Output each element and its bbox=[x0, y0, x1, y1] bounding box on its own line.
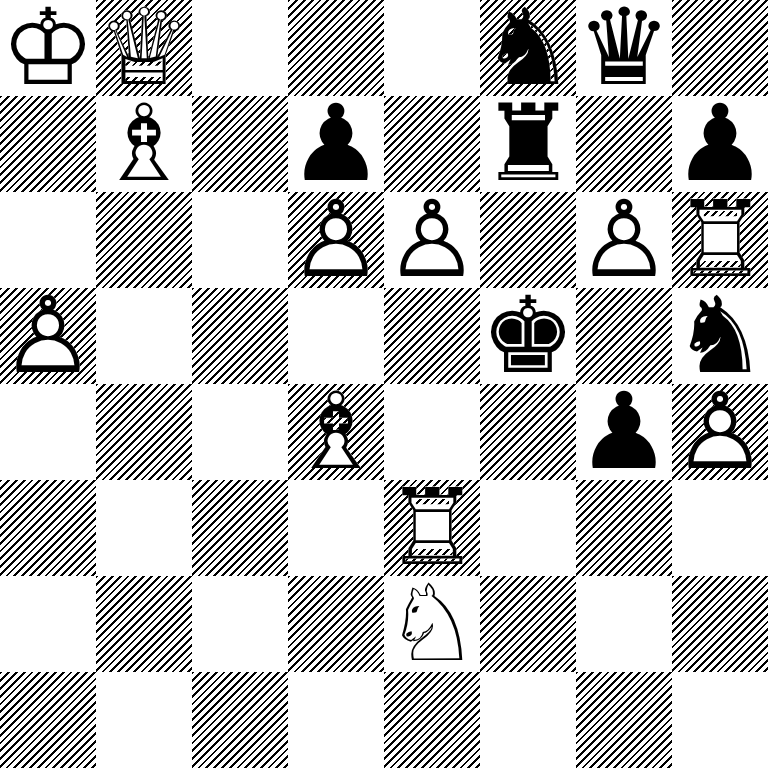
square-g7[interactable] bbox=[576, 96, 672, 192]
piece-fill-backing: ♝ bbox=[288, 384, 384, 480]
chess-board: ♚♔♛♕♞♞♛♛♝♗♟♟♜♜♟♟♟♙♟♙♟♙♜♖♟♙♚♚♞♞♝♗♟♟♟♙♜♖♞♘ bbox=[0, 0, 768, 768]
square-e2[interactable]: ♞♘ bbox=[384, 576, 480, 672]
piece-white-rook: ♖ bbox=[384, 480, 480, 576]
piece-fill-backing: ♞ bbox=[672, 288, 768, 384]
square-c4[interactable] bbox=[192, 384, 288, 480]
square-b4[interactable] bbox=[96, 384, 192, 480]
piece-white-queen: ♕ bbox=[96, 0, 192, 96]
square-b1[interactable] bbox=[96, 672, 192, 768]
square-h5[interactable]: ♞♞ bbox=[672, 288, 768, 384]
piece-fill-backing: ♟ bbox=[288, 96, 384, 192]
square-c7[interactable] bbox=[192, 96, 288, 192]
square-c1[interactable] bbox=[192, 672, 288, 768]
square-h6[interactable]: ♜♖ bbox=[672, 192, 768, 288]
piece-black-king: ♚ bbox=[480, 288, 576, 384]
piece-black-pawn: ♟ bbox=[288, 96, 384, 192]
square-g4[interactable]: ♟♟ bbox=[576, 384, 672, 480]
piece-black-queen: ♛ bbox=[576, 0, 672, 96]
piece-black-pawn: ♟ bbox=[576, 384, 672, 480]
square-c2[interactable] bbox=[192, 576, 288, 672]
piece-fill-backing: ♟ bbox=[576, 192, 672, 288]
piece-fill-backing: ♞ bbox=[384, 576, 480, 672]
square-e1[interactable] bbox=[384, 672, 480, 768]
square-b6[interactable] bbox=[96, 192, 192, 288]
piece-fill-backing: ♝ bbox=[96, 96, 192, 192]
piece-white-pawn: ♙ bbox=[384, 192, 480, 288]
square-b2[interactable] bbox=[96, 576, 192, 672]
piece-black-rook: ♜ bbox=[480, 96, 576, 192]
square-f4[interactable] bbox=[480, 384, 576, 480]
piece-fill-backing: ♚ bbox=[0, 0, 96, 96]
piece-fill-backing: ♟ bbox=[0, 288, 96, 384]
square-f3[interactable] bbox=[480, 480, 576, 576]
piece-white-king: ♔ bbox=[0, 0, 96, 96]
piece-white-bishop: ♗ bbox=[96, 96, 192, 192]
square-c5[interactable] bbox=[192, 288, 288, 384]
piece-fill-backing: ♜ bbox=[480, 96, 576, 192]
square-h7[interactable]: ♟♟ bbox=[672, 96, 768, 192]
square-a2[interactable] bbox=[0, 576, 96, 672]
square-d1[interactable] bbox=[288, 672, 384, 768]
piece-white-pawn: ♙ bbox=[672, 384, 768, 480]
piece-fill-backing: ♟ bbox=[288, 192, 384, 288]
piece-white-knight: ♘ bbox=[384, 576, 480, 672]
square-b5[interactable] bbox=[96, 288, 192, 384]
square-c3[interactable] bbox=[192, 480, 288, 576]
piece-fill-backing: ♚ bbox=[480, 288, 576, 384]
square-g8[interactable]: ♛♛ bbox=[576, 0, 672, 96]
square-g1[interactable] bbox=[576, 672, 672, 768]
square-h3[interactable] bbox=[672, 480, 768, 576]
piece-white-pawn: ♙ bbox=[576, 192, 672, 288]
square-a4[interactable] bbox=[0, 384, 96, 480]
piece-fill-backing: ♟ bbox=[672, 384, 768, 480]
square-b8[interactable]: ♛♕ bbox=[96, 0, 192, 96]
square-a6[interactable] bbox=[0, 192, 96, 288]
piece-fill-backing: ♟ bbox=[384, 192, 480, 288]
square-f6[interactable] bbox=[480, 192, 576, 288]
square-e3[interactable]: ♜♖ bbox=[384, 480, 480, 576]
piece-black-knight: ♞ bbox=[480, 0, 576, 96]
square-f2[interactable] bbox=[480, 576, 576, 672]
square-f5[interactable]: ♚♚ bbox=[480, 288, 576, 384]
piece-fill-backing: ♛ bbox=[576, 0, 672, 96]
square-e4[interactable] bbox=[384, 384, 480, 480]
square-a5[interactable]: ♟♙ bbox=[0, 288, 96, 384]
square-h8[interactable] bbox=[672, 0, 768, 96]
piece-fill-backing: ♟ bbox=[576, 384, 672, 480]
piece-fill-backing: ♜ bbox=[384, 480, 480, 576]
piece-white-bishop: ♗ bbox=[288, 384, 384, 480]
square-b7[interactable]: ♝♗ bbox=[96, 96, 192, 192]
square-d2[interactable] bbox=[288, 576, 384, 672]
square-c6[interactable] bbox=[192, 192, 288, 288]
square-d5[interactable] bbox=[288, 288, 384, 384]
square-d4[interactable]: ♝♗ bbox=[288, 384, 384, 480]
square-a3[interactable] bbox=[0, 480, 96, 576]
square-g5[interactable] bbox=[576, 288, 672, 384]
square-f8[interactable]: ♞♞ bbox=[480, 0, 576, 96]
square-h4[interactable]: ♟♙ bbox=[672, 384, 768, 480]
square-b3[interactable] bbox=[96, 480, 192, 576]
square-g3[interactable] bbox=[576, 480, 672, 576]
piece-black-knight: ♞ bbox=[672, 288, 768, 384]
square-d6[interactable]: ♟♙ bbox=[288, 192, 384, 288]
piece-white-pawn: ♙ bbox=[288, 192, 384, 288]
square-e5[interactable] bbox=[384, 288, 480, 384]
square-e7[interactable] bbox=[384, 96, 480, 192]
square-e8[interactable] bbox=[384, 0, 480, 96]
square-d7[interactable]: ♟♟ bbox=[288, 96, 384, 192]
piece-fill-backing: ♟ bbox=[672, 96, 768, 192]
piece-black-pawn: ♟ bbox=[672, 96, 768, 192]
square-a1[interactable] bbox=[0, 672, 96, 768]
square-d8[interactable] bbox=[288, 0, 384, 96]
piece-white-pawn: ♙ bbox=[0, 288, 96, 384]
square-f1[interactable] bbox=[480, 672, 576, 768]
square-a8[interactable]: ♚♔ bbox=[0, 0, 96, 96]
square-e6[interactable]: ♟♙ bbox=[384, 192, 480, 288]
square-a7[interactable] bbox=[0, 96, 96, 192]
square-c8[interactable] bbox=[192, 0, 288, 96]
square-d3[interactable] bbox=[288, 480, 384, 576]
piece-fill-backing: ♜ bbox=[672, 192, 768, 288]
piece-fill-backing: ♞ bbox=[480, 0, 576, 96]
square-f7[interactable]: ♜♜ bbox=[480, 96, 576, 192]
square-g6[interactable]: ♟♙ bbox=[576, 192, 672, 288]
piece-white-rook: ♖ bbox=[672, 192, 768, 288]
square-h1[interactable] bbox=[672, 672, 768, 768]
piece-fill-backing: ♛ bbox=[96, 0, 192, 96]
square-g2[interactable] bbox=[576, 576, 672, 672]
square-h2[interactable] bbox=[672, 576, 768, 672]
